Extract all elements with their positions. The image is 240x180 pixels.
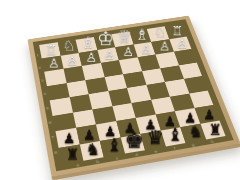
square-e5 — [108, 88, 131, 106]
file-label-h: h — [210, 139, 214, 144]
square-g5 — [69, 94, 92, 112]
white-pawn: ♙ — [61, 54, 84, 67]
file-label-b: b — [96, 159, 100, 164]
file-label-a: a — [76, 163, 80, 168]
rank-label-7: 7 — [51, 135, 54, 140]
file-label-f: f — [173, 146, 176, 151]
square-d3 — [119, 57, 142, 73]
file-label-g: g — [191, 143, 195, 148]
square-a8: ♜ — [200, 120, 226, 139]
file-label-c: c — [115, 156, 118, 161]
square-a4 — [178, 62, 202, 79]
board-frame: abcdefgh 12345678 ♖♘♗♔♕♗♘♖♙♙♙♙♙♙♙♙♟♟♟♟♟♟… — [33, 19, 234, 171]
rank-label-4: 4 — [43, 92, 46, 96]
chess-set-photo: abcdefgh 12345678 ♖♘♗♔♕♗♘♖♙♙♙♙♙♙♙♙♟♟♟♟♟♟… — [0, 0, 240, 180]
white-pawn: ♙ — [171, 37, 194, 49]
rank-label-8: 8 — [54, 151, 58, 156]
white-rook: ♖ — [166, 24, 188, 37]
square-h8: ♜ — [59, 144, 83, 165]
square-b5 — [165, 79, 189, 96]
square-c4 — [142, 68, 165, 85]
black-pawn: ♟ — [117, 121, 142, 135]
rank-label-1: 1 — [36, 53, 39, 57]
black-pawn: ♟ — [197, 108, 222, 122]
square-d4 — [123, 71, 146, 88]
square-b6 — [170, 93, 194, 111]
rank-label-3: 3 — [41, 79, 44, 83]
chess-board: abcdefgh 12345678 ♖♘♗♔♕♗♘♖♙♙♙♙♙♙♙♙♟♟♟♟♟♟… — [28, 16, 240, 177]
square-a7: ♟ — [194, 105, 219, 124]
black-pawn: ♟ — [137, 117, 162, 131]
square-a6 — [189, 90, 214, 108]
rank-label-6: 6 — [48, 120, 51, 124]
square-b2: ♙ — [151, 39, 173, 55]
square-d5 — [127, 85, 151, 103]
square-c8: ♝ — [160, 127, 185, 147]
rank-label-5: 5 — [46, 106, 49, 110]
rank-label-2: 2 — [38, 66, 41, 70]
file-label-d: d — [135, 152, 139, 157]
perspective-scene: abcdefgh 12345678 ♖♘♗♔♕♗♘♖♙♙♙♙♙♙♙♙♟♟♟♟♟♟… — [0, 0, 240, 180]
file-label-e: e — [154, 149, 158, 154]
square-e7: ♟ — [116, 118, 140, 137]
black-rook: ♜ — [203, 122, 228, 137]
